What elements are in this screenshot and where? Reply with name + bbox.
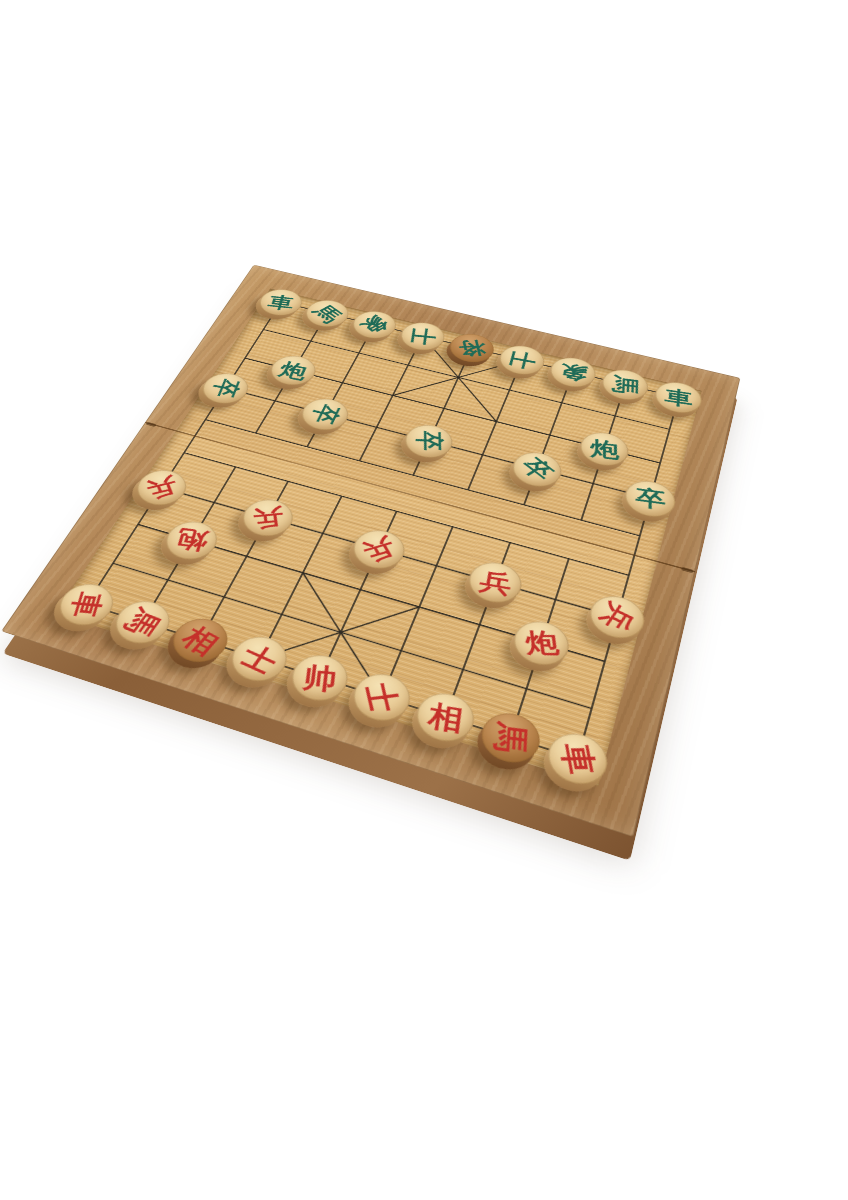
piece-red-general[interactable]: 帅 bbox=[284, 649, 355, 707]
piece-glyph-elephant: 相 bbox=[177, 622, 223, 658]
piece-face: 炮 bbox=[508, 615, 574, 671]
piece-glyph-chariot: 車 bbox=[664, 386, 693, 408]
piece-glyph-cannon: 炮 bbox=[276, 359, 310, 381]
piece-red-soldier[interactable]: 兵 bbox=[235, 495, 300, 542]
piece-glyph-horse: 馬 bbox=[492, 721, 529, 755]
piece-red-horse[interactable]: 馬 bbox=[475, 707, 546, 770]
frame-joint-right bbox=[681, 567, 693, 574]
piece-glyph-soldier: 卒 bbox=[307, 402, 342, 426]
board-tilt-wrapper: 車馬象士将士象馬車炮炮卒卒卒卒卒兵兵兵兵兵炮炮車馬相士帅士相馬車 bbox=[1, 265, 740, 837]
piece-glyph-soldier: 兵 bbox=[251, 506, 284, 531]
piece-glyph-advisor: 士 bbox=[408, 327, 437, 346]
piece-side-wall bbox=[101, 601, 173, 656]
piece-face: 馬 bbox=[475, 707, 546, 770]
piece-side-wall bbox=[159, 619, 231, 675]
piece-red-soldier[interactable]: 兵 bbox=[347, 525, 411, 574]
piece-glyph-soldier: 卒 bbox=[209, 377, 243, 399]
piece-glyph-chariot: 車 bbox=[557, 743, 598, 774]
piece-face: 車 bbox=[542, 727, 612, 792]
board-surface: 車馬象士将士象馬車炮炮卒卒卒卒卒兵兵兵兵兵炮炮車馬相士帅士相馬車 bbox=[56, 288, 702, 786]
piece-side-wall bbox=[405, 693, 476, 755]
piece-green-chariot[interactable]: 車 bbox=[652, 378, 705, 417]
piece-face: 車 bbox=[51, 578, 123, 631]
piece-glyph-cannon: 炮 bbox=[523, 629, 560, 656]
piece-side-wall bbox=[581, 596, 645, 650]
piece-glyph-chariot: 車 bbox=[67, 590, 106, 618]
board-grid-lines bbox=[56, 288, 702, 786]
piece-face: 炮 bbox=[158, 516, 225, 565]
piece-glyph-soldier: 兵 bbox=[477, 568, 513, 597]
piece-red-chariot[interactable]: 車 bbox=[542, 727, 612, 792]
piece-red-cannon[interactable]: 炮 bbox=[508, 615, 574, 671]
piece-face: 兵 bbox=[347, 525, 411, 574]
piece-side-wall bbox=[341, 674, 412, 734]
piece-side-wall bbox=[218, 637, 290, 695]
piece-red-elephant[interactable]: 相 bbox=[410, 687, 481, 749]
xiangqi-board: 車馬象士将士象馬車炮炮卒卒卒卒卒兵兵兵兵兵炮炮車馬相士帅士相馬車 bbox=[1, 265, 740, 837]
piece-glyph-soldier: 卒 bbox=[635, 486, 666, 511]
piece-glyph-horse: 馬 bbox=[611, 374, 639, 395]
piece-glyph-cannon: 炮 bbox=[173, 527, 210, 553]
piece-glyph-elephant: 象 bbox=[356, 313, 393, 336]
piece-face: 帅 bbox=[284, 649, 355, 707]
piece-glyph-advisor: 士 bbox=[506, 349, 537, 371]
piece-red-chariot[interactable]: 車 bbox=[51, 578, 123, 631]
piece-side-wall bbox=[470, 713, 541, 777]
piece-side-wall bbox=[153, 521, 220, 570]
piece-side-wall bbox=[459, 563, 523, 615]
piece-glyph-advisor: 士 bbox=[362, 681, 402, 713]
piece-glyph-horse: 馬 bbox=[309, 302, 345, 325]
piece-glyph-soldier: 卒 bbox=[517, 455, 559, 484]
piece-red-soldier[interactable]: 兵 bbox=[463, 557, 527, 608]
piece-face: 兵 bbox=[463, 557, 527, 608]
piece-face: 相 bbox=[410, 687, 481, 749]
piece-side-wall bbox=[230, 500, 295, 547]
piece-face: 士 bbox=[346, 668, 417, 728]
piece-red-elephant[interactable]: 相 bbox=[164, 613, 235, 669]
piece-side-wall bbox=[538, 734, 609, 799]
piece-green-horse[interactable]: 馬 bbox=[598, 366, 651, 404]
piece-glyph-elephant: 象 bbox=[558, 361, 589, 383]
product-photo-scene: 車馬象士将士象馬車炮炮卒卒卒卒卒兵兵兵兵兵炮炮車馬相士帅士相馬車 bbox=[85, 163, 725, 823]
piece-glyph-soldier: 兵 bbox=[144, 474, 180, 501]
piece-glyph-cannon: 炮 bbox=[590, 438, 619, 461]
piece-red-horse[interactable]: 馬 bbox=[107, 595, 178, 649]
frame-joint-left bbox=[146, 422, 157, 427]
piece-side-wall bbox=[44, 584, 116, 637]
piece-face: 相 bbox=[164, 613, 235, 669]
piece-face: 士 bbox=[223, 631, 294, 688]
piece-red-cannon[interactable]: 炮 bbox=[158, 516, 225, 565]
piece-glyph-general: 将 bbox=[457, 339, 487, 357]
piece-red-soldier[interactable]: 兵 bbox=[585, 591, 649, 645]
piece-glyph-chariot: 車 bbox=[266, 293, 296, 311]
piece-face: 馬 bbox=[107, 595, 178, 649]
piece-face: 兵 bbox=[235, 495, 300, 542]
piece-glyph-horse: 馬 bbox=[120, 605, 165, 639]
piece-glyph-soldier: 兵 bbox=[359, 535, 400, 565]
piece-glyph-elephant: 相 bbox=[426, 700, 465, 734]
piece-face: 兵 bbox=[585, 591, 649, 645]
piece-red-advisor[interactable]: 士 bbox=[346, 668, 417, 728]
piece-glyph-soldier: 卒 bbox=[415, 431, 444, 452]
piece-glyph-general: 帅 bbox=[301, 662, 338, 692]
piece-glyph-soldier: 兵 bbox=[595, 600, 639, 636]
piece-side-wall bbox=[504, 621, 570, 677]
piece-red-advisor[interactable]: 士 bbox=[223, 631, 294, 688]
piece-side-wall bbox=[279, 655, 351, 714]
piece-green-elephant[interactable]: 象 bbox=[546, 354, 600, 392]
piece-side-wall bbox=[342, 530, 407, 580]
piece-glyph-advisor: 士 bbox=[236, 640, 282, 677]
